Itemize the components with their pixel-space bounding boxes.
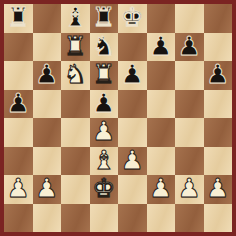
square-h5[interactable] — [204, 90, 233, 119]
piece-white-pawn: ♟ — [178, 175, 201, 201]
square-c6[interactable]: ♞ — [61, 61, 90, 90]
square-c4[interactable] — [61, 118, 90, 147]
board-frame: ♜♝♜♚♜♞♟♟♟♞♜♟♟♟♟♟♝♟♟♟♚♟♟♟ — [0, 0, 236, 236]
piece-white-rook: ♜ — [64, 33, 87, 59]
square-e2[interactable] — [118, 175, 147, 204]
square-b7[interactable] — [33, 33, 62, 62]
square-a6[interactable] — [4, 61, 33, 90]
square-h4[interactable] — [204, 118, 233, 147]
square-f8[interactable] — [147, 4, 176, 33]
square-g8[interactable] — [175, 4, 204, 33]
square-e6[interactable]: ♟ — [118, 61, 147, 90]
square-f2[interactable]: ♟ — [147, 175, 176, 204]
square-g5[interactable] — [175, 90, 204, 119]
chess-board: ♜♝♜♚♜♞♟♟♟♞♜♟♟♟♟♟♝♟♟♟♚♟♟♟ — [4, 4, 232, 232]
square-g2[interactable]: ♟ — [175, 175, 204, 204]
square-f7[interactable]: ♟ — [147, 33, 176, 62]
square-e1[interactable] — [118, 204, 147, 233]
piece-white-pawn: ♟ — [92, 118, 115, 144]
square-c7[interactable]: ♜ — [61, 33, 90, 62]
piece-black-pawn: ♟ — [121, 61, 144, 87]
square-d6[interactable]: ♜ — [90, 61, 119, 90]
square-h3[interactable] — [204, 147, 233, 176]
square-d5[interactable]: ♟ — [90, 90, 119, 119]
square-c5[interactable] — [61, 90, 90, 119]
square-e7[interactable] — [118, 33, 147, 62]
square-d4[interactable]: ♟ — [90, 118, 119, 147]
piece-white-pawn: ♟ — [121, 147, 144, 173]
square-h1[interactable] — [204, 204, 233, 233]
piece-white-king: ♚ — [92, 175, 115, 201]
square-b5[interactable] — [33, 90, 62, 119]
square-e3[interactable]: ♟ — [118, 147, 147, 176]
square-h2[interactable]: ♟ — [204, 175, 233, 204]
square-b6[interactable]: ♟ — [33, 61, 62, 90]
square-c3[interactable] — [61, 147, 90, 176]
piece-white-bishop: ♝ — [92, 147, 115, 173]
square-d7[interactable]: ♞ — [90, 33, 119, 62]
square-b2[interactable]: ♟ — [33, 175, 62, 204]
square-a1[interactable] — [4, 204, 33, 233]
piece-white-pawn: ♟ — [149, 175, 172, 201]
piece-black-rook: ♜ — [7, 4, 30, 30]
square-h6[interactable]: ♟ — [204, 61, 233, 90]
square-a3[interactable] — [4, 147, 33, 176]
piece-black-knight: ♞ — [92, 33, 115, 59]
square-e4[interactable] — [118, 118, 147, 147]
square-b3[interactable] — [33, 147, 62, 176]
piece-black-pawn: ♟ — [92, 90, 115, 116]
square-f1[interactable] — [147, 204, 176, 233]
square-g4[interactable] — [175, 118, 204, 147]
square-d2[interactable]: ♚ — [90, 175, 119, 204]
square-c2[interactable] — [61, 175, 90, 204]
square-h7[interactable] — [204, 33, 233, 62]
square-b4[interactable] — [33, 118, 62, 147]
square-a5[interactable]: ♟ — [4, 90, 33, 119]
piece-white-rook: ♜ — [92, 61, 115, 87]
square-a4[interactable] — [4, 118, 33, 147]
square-a2[interactable]: ♟ — [4, 175, 33, 204]
square-a7[interactable] — [4, 33, 33, 62]
piece-black-pawn: ♟ — [149, 33, 172, 59]
square-a8[interactable]: ♜ — [4, 4, 33, 33]
square-c8[interactable]: ♝ — [61, 4, 90, 33]
square-g6[interactable] — [175, 61, 204, 90]
piece-black-rook: ♜ — [92, 4, 115, 30]
square-g3[interactable] — [175, 147, 204, 176]
square-d8[interactable]: ♜ — [90, 4, 119, 33]
square-b8[interactable] — [33, 4, 62, 33]
piece-white-knight: ♞ — [64, 61, 87, 87]
piece-black-pawn: ♟ — [35, 61, 58, 87]
square-d1[interactable] — [90, 204, 119, 233]
piece-black-pawn: ♟ — [178, 33, 201, 59]
square-d3[interactable]: ♝ — [90, 147, 119, 176]
piece-black-king: ♚ — [121, 4, 144, 30]
square-f6[interactable] — [147, 61, 176, 90]
piece-black-pawn: ♟ — [206, 61, 229, 87]
square-f5[interactable] — [147, 90, 176, 119]
square-f4[interactable] — [147, 118, 176, 147]
square-e8[interactable]: ♚ — [118, 4, 147, 33]
piece-white-pawn: ♟ — [35, 175, 58, 201]
square-c1[interactable] — [61, 204, 90, 233]
square-f3[interactable] — [147, 147, 176, 176]
square-e5[interactable] — [118, 90, 147, 119]
square-g1[interactable] — [175, 204, 204, 233]
square-b1[interactable] — [33, 204, 62, 233]
chess-app-window: ♜♝♜♚♜♞♟♟♟♞♜♟♟♟♟♟♝♟♟♟♚♟♟♟ — [0, 0, 236, 236]
piece-black-bishop: ♝ — [64, 4, 87, 30]
piece-white-pawn: ♟ — [7, 175, 30, 201]
piece-white-pawn: ♟ — [206, 175, 229, 201]
piece-black-pawn: ♟ — [7, 90, 30, 116]
square-h8[interactable] — [204, 4, 233, 33]
square-g7[interactable]: ♟ — [175, 33, 204, 62]
